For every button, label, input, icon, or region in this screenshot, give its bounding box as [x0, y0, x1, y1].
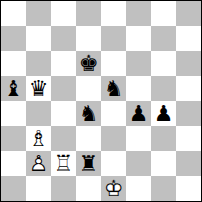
black-piece-glyph: ♚ [76, 51, 101, 76]
square-c8[interactable] [51, 1, 76, 26]
square-h5[interactable] [176, 76, 201, 101]
square-b8[interactable] [26, 1, 51, 26]
square-g6[interactable] [151, 51, 176, 76]
square-b7[interactable] [26, 26, 51, 51]
black-queen: ♛ [26, 76, 51, 101]
square-e4[interactable] [101, 101, 126, 126]
square-a2[interactable] [1, 151, 26, 176]
square-f4[interactable]: ♟ [126, 101, 151, 126]
square-d8[interactable] [76, 1, 101, 26]
black-pawn: ♟ [126, 101, 151, 126]
square-h7[interactable] [176, 26, 201, 51]
square-d5[interactable] [76, 76, 101, 101]
white-rook: ♜♖ [51, 151, 76, 176]
square-h6[interactable] [176, 51, 201, 76]
square-b1[interactable] [26, 176, 51, 201]
square-a4[interactable] [1, 101, 26, 126]
square-e7[interactable] [101, 26, 126, 51]
black-knight: ♞ [76, 101, 101, 126]
square-f2[interactable] [126, 151, 151, 176]
square-g7[interactable] [151, 26, 176, 51]
white-bishop: ♝♗ [26, 126, 51, 151]
black-piece-glyph: ♟ [126, 101, 151, 126]
square-c1[interactable] [51, 176, 76, 201]
square-a8[interactable] [1, 1, 26, 26]
square-a1[interactable] [1, 176, 26, 201]
black-piece-glyph: ♛ [26, 76, 51, 101]
square-f8[interactable] [126, 1, 151, 26]
square-e8[interactable] [101, 1, 126, 26]
square-f7[interactable] [126, 26, 151, 51]
square-b2[interactable]: ♟♙ [26, 151, 51, 176]
black-piece-glyph: ♞ [76, 101, 101, 126]
square-c2[interactable]: ♜♖ [51, 151, 76, 176]
white-piece-outline: ♗ [26, 126, 51, 151]
square-f6[interactable] [126, 51, 151, 76]
black-piece-glyph: ♜ [76, 151, 101, 176]
square-a7[interactable] [1, 26, 26, 51]
square-e2[interactable] [101, 151, 126, 176]
white-piece-outline: ♙ [26, 151, 51, 176]
square-b4[interactable] [26, 101, 51, 126]
square-h2[interactable] [176, 151, 201, 176]
square-c7[interactable] [51, 26, 76, 51]
square-b6[interactable] [26, 51, 51, 76]
white-piece-outline: ♔ [101, 176, 126, 201]
square-g2[interactable] [151, 151, 176, 176]
square-f5[interactable] [126, 76, 151, 101]
square-g8[interactable] [151, 1, 176, 26]
square-d4[interactable]: ♞ [76, 101, 101, 126]
black-knight: ♞ [101, 76, 126, 101]
black-piece-glyph: ♞ [101, 76, 126, 101]
square-c5[interactable] [51, 76, 76, 101]
square-g5[interactable] [151, 76, 176, 101]
square-e5[interactable]: ♞ [101, 76, 126, 101]
square-f3[interactable] [126, 126, 151, 151]
square-h4[interactable] [176, 101, 201, 126]
white-king: ♚♔ [101, 176, 126, 201]
square-d2[interactable]: ♜ [76, 151, 101, 176]
square-d6[interactable]: ♚ [76, 51, 101, 76]
square-b5[interactable]: ♛ [26, 76, 51, 101]
white-pawn: ♟♙ [26, 151, 51, 176]
square-h3[interactable] [176, 126, 201, 151]
square-a6[interactable] [1, 51, 26, 76]
square-a3[interactable] [1, 126, 26, 151]
black-king: ♚ [76, 51, 101, 76]
square-c3[interactable] [51, 126, 76, 151]
square-d7[interactable] [76, 26, 101, 51]
black-piece-glyph: ♟ [151, 101, 176, 126]
black-pawn: ♟ [151, 101, 176, 126]
square-c6[interactable] [51, 51, 76, 76]
square-c4[interactable] [51, 101, 76, 126]
chess-board: ♚♝♛♞♞♟♟♝♗♟♙♜♖♜♚♔ [0, 0, 202, 202]
square-g4[interactable]: ♟ [151, 101, 176, 126]
square-a5[interactable]: ♝ [1, 76, 26, 101]
square-e1[interactable]: ♚♔ [101, 176, 126, 201]
square-h1[interactable] [176, 176, 201, 201]
square-g1[interactable] [151, 176, 176, 201]
square-f1[interactable] [126, 176, 151, 201]
black-rook: ♜ [76, 151, 101, 176]
white-piece-outline: ♖ [51, 151, 76, 176]
square-e3[interactable] [101, 126, 126, 151]
square-d3[interactable] [76, 126, 101, 151]
square-d1[interactable] [76, 176, 101, 201]
black-piece-glyph: ♝ [1, 76, 26, 101]
black-bishop: ♝ [1, 76, 26, 101]
square-h8[interactable] [176, 1, 201, 26]
square-e6[interactable] [101, 51, 126, 76]
square-b3[interactable]: ♝♗ [26, 126, 51, 151]
square-g3[interactable] [151, 126, 176, 151]
